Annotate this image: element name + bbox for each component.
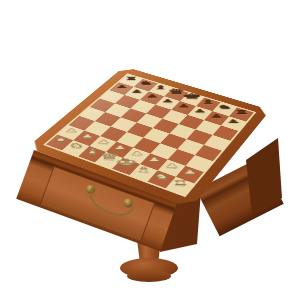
piece-black-rook: ♜: [227, 110, 255, 115]
piece-white-rook: ♜: [164, 180, 195, 187]
chess-board-grid: ♜♞♝♛♚♝♞♜♟♟♟♟♟♟♟♟♟♟♟♟♟♟♟♟♜♞♝♛♚♝♞♜: [46, 75, 254, 196]
board-scene: ♜♞♝♛♚♝♞♜♟♟♟♟♟♟♟♟♟♟♟♟♟♟♟♟♜♞♝♛♚♝♞♜: [0, 0, 300, 300]
square-h1: ♜: [166, 177, 195, 195]
piece-black-pawn: ♟: [219, 119, 247, 124]
tabletop: ♜♞♝♛♚♝♞♜♟♟♟♟♟♟♟♟♟♟♟♟♟♟♟♟♜♞♝♛♚♝♞♜: [27, 66, 270, 208]
piece-white-pawn: ♟: [174, 169, 205, 175]
chess-table-photo: ♜♞♝♛♚♝♞♜♟♟♟♟♟♟♟♟♟♟♟♟♟♟♟♟♜♞♝♛♚♝♞♜: [0, 0, 300, 300]
maple-inlay-border: ♜♞♝♛♚♝♞♜♟♟♟♟♟♟♟♟♟♟♟♟♟♟♟♟♜♞♝♛♚♝♞♜: [43, 73, 256, 197]
